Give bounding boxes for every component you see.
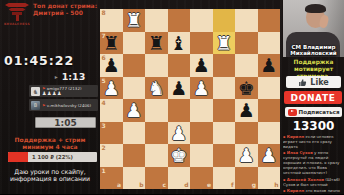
square-c7[interactable]: ♜: [145, 32, 168, 55]
logo-emblem-icon: [5, 3, 29, 21]
square-d5[interactable]: ♟: [168, 77, 191, 100]
top-donation-line2: Дмитрий - 500: [33, 9, 99, 16]
black-pawn: ♟: [193, 54, 210, 76]
white-pawn: ♟: [125, 99, 142, 121]
square-c5[interactable]: ♞: [145, 77, 168, 100]
square-c6[interactable]: [145, 54, 168, 77]
stream-screen: KOVALCHESS Топ донат стрима: Дмитрий - 5…: [0, 0, 344, 194]
square-g8[interactable]: [235, 9, 258, 32]
black-bishop: ♝: [170, 32, 187, 54]
white-king: ♚: [170, 144, 187, 166]
square-e7[interactable]: [190, 32, 213, 55]
square-a6[interactable]: 6♟: [100, 54, 123, 77]
rank-label: 8: [102, 10, 106, 16]
square-f7[interactable]: ♜: [213, 32, 236, 55]
logo-text: KOVALCHESS: [4, 22, 30, 26]
square-h6[interactable]: ♟: [258, 54, 281, 77]
square-f8[interactable]: [213, 9, 236, 32]
white-pawn: ♟: [193, 77, 210, 99]
square-b3[interactable]: [123, 122, 146, 145]
square-b5[interactable]: [123, 77, 146, 100]
square-h7[interactable]: [258, 32, 281, 55]
chat-message: ▪ Кирилл это вызов лично от Вовы передал: [283, 189, 344, 195]
square-h8[interactable]: [258, 9, 281, 32]
square-c8[interactable]: [145, 9, 168, 32]
chess-board[interactable]: 8♜7♜♜♝♜6♟♟♟5♟♞♟♟♚4♟♟3♟2♚♟♟1abcdefgh: [100, 9, 280, 189]
donation-progress-bar: 1 100 ₽ (22%): [8, 152, 97, 162]
player-top-name: ⚑ amigo777 (2132): [42, 87, 69, 90]
rank-label: 6: [102, 55, 106, 61]
square-e5[interactable]: ♟: [190, 77, 213, 100]
square-h5[interactable]: [258, 77, 281, 100]
channel-logo: KOVALCHESS: [3, 1, 31, 28]
square-a3[interactable]: 3: [100, 122, 123, 145]
black-pawn: ♟: [170, 77, 187, 99]
square-d4[interactable]: [168, 99, 191, 122]
subscriber-count: 13300: [283, 119, 344, 133]
player-bottom-name: ⚑ v-mikhailovsky (2406): [42, 104, 69, 107]
square-g7[interactable]: [235, 32, 258, 55]
chat-badge-icon: ▪: [283, 135, 285, 139]
thumbs-up-icon: [298, 78, 307, 87]
chat-username: Кирилл: [287, 189, 305, 194]
square-e8[interactable]: [190, 9, 213, 32]
square-h3[interactable]: [258, 122, 281, 145]
chat-badge-icon: ▪: [283, 178, 285, 182]
flag-icon: ⚑: [42, 86, 46, 91]
square-e4[interactable]: [190, 99, 213, 122]
youtube-play-icon: [288, 109, 297, 116]
rank-label: 1: [102, 168, 106, 174]
black-king: ♚: [238, 77, 255, 99]
square-c4[interactable]: [145, 99, 168, 122]
lessons-line2: информация в описании: [0, 175, 100, 182]
donation-progress-label: 1 100 ₽ (22%): [27, 154, 79, 160]
square-f5[interactable]: [213, 77, 236, 100]
square-a4[interactable]: 4: [100, 99, 123, 122]
square-d8[interactable]: [168, 9, 191, 32]
chat-badge-icon: ▪: [283, 151, 285, 155]
file-label: c: [162, 182, 166, 188]
stream-timer: 01:45:22: [4, 53, 74, 68]
square-a8[interactable]: 8: [100, 9, 123, 32]
top-donation-line1: Топ донат стрима:: [33, 2, 99, 9]
square-f3[interactable]: [213, 122, 236, 145]
streamer-name-line2: Михайловский: [283, 50, 344, 56]
square-d1[interactable]: d: [168, 167, 191, 190]
square-f1[interactable]: f: [213, 167, 236, 190]
square-a1[interactable]: 1a: [100, 167, 123, 190]
square-c3[interactable]: [145, 122, 168, 145]
rank-label: 2: [102, 145, 106, 151]
black-pawn: ♟: [260, 54, 277, 76]
rank-label: 5: [102, 78, 106, 84]
white-rook: ♜: [125, 9, 142, 31]
square-b7[interactable]: [123, 32, 146, 55]
square-a2[interactable]: 2: [100, 144, 123, 167]
file-label: f: [231, 182, 234, 188]
square-g2[interactable]: ♟: [235, 144, 258, 167]
chat-badge-icon: ▪: [283, 189, 285, 193]
subscribe-button[interactable]: Подписаться: [285, 107, 342, 117]
chat-messages: ▪ Кирилл если человек играет чисто его с…: [283, 134, 344, 194]
square-e1[interactable]: e: [190, 167, 213, 190]
square-c2[interactable]: [145, 144, 168, 167]
square-g4[interactable]: ♟: [235, 99, 258, 122]
support-goal-text: Поддержка + стрим минимум 4 часа: [0, 137, 100, 150]
streamer-hair: [305, 4, 326, 13]
chat-username: Алексей Хохлов: [287, 177, 324, 182]
subscribe-button-label: Подписаться: [299, 109, 340, 115]
file-label: a: [117, 182, 121, 188]
square-b1[interactable]: b: [123, 167, 146, 190]
file-label: e: [207, 182, 211, 188]
white-pawn: ♟: [170, 122, 187, 144]
white-rook: ♜: [215, 32, 232, 54]
file-label: g: [252, 182, 256, 188]
player-card-top[interactable]: ♞ ⚑ amigo777 (2132) ♟♟♟♟: [29, 85, 98, 97]
square-e2[interactable]: [190, 144, 213, 167]
chat-message: ▪ Кирилл если человек играет чисто его с…: [283, 134, 344, 149]
file-label: h: [274, 182, 278, 188]
black-pawn: ♟: [238, 99, 255, 121]
square-b4[interactable]: ♟: [123, 99, 146, 122]
square-d6[interactable]: [168, 54, 191, 77]
like-button-label: Like: [310, 78, 328, 87]
black-clock: ▸ 1:13: [44, 71, 96, 82]
file-label: d: [184, 182, 188, 188]
donate-button[interactable]: DONATE: [284, 91, 342, 104]
player-top-captured-pieces: ♟♟♟♟: [42, 91, 96, 96]
square-f6[interactable]: [213, 54, 236, 77]
rank-label: 3: [102, 123, 106, 129]
lessons-line1: Даю уроки по скайпу,: [0, 168, 100, 175]
white-knight: ♞: [148, 77, 165, 99]
player-card-bottom[interactable]: В ⚑ v-mikhailovsky (2406): [29, 99, 98, 111]
square-d2[interactable]: ♚: [168, 144, 191, 167]
square-g5[interactable]: ♚: [235, 77, 258, 100]
white-pawn: ♟: [238, 144, 255, 166]
clock-tick-icon: ▸: [55, 73, 58, 80]
streamer-name-overlay: СМ Владимир Михайловский: [283, 44, 344, 56]
square-d3[interactable]: ♟: [168, 122, 191, 145]
square-h1[interactable]: h: [258, 167, 281, 190]
support-line2: минимум 4 часа: [0, 144, 100, 151]
chat-message: ▪ Илья Сухов у меня суперчутьё на людей …: [283, 151, 344, 176]
player-top-avatar: ♞: [31, 87, 40, 96]
rank-label: 7: [102, 33, 106, 39]
player-bottom-avatar: В: [31, 101, 40, 110]
square-f4[interactable]: [213, 99, 236, 122]
chat-message: ▪ Алексей Хохлов (Штаб) Сухов и был чест…: [283, 177, 344, 187]
square-f2[interactable]: [213, 144, 236, 167]
lessons-info-text: Даю уроки по скайпу, информация в описан…: [0, 168, 100, 182]
square-d7[interactable]: ♝: [168, 32, 191, 55]
webcam-feed: СМ Владимир Михайловский: [283, 0, 344, 57]
chat-username: Илья Сухов: [287, 151, 313, 156]
square-b8[interactable]: ♜: [123, 9, 146, 32]
square-e3[interactable]: [190, 122, 213, 145]
flag-icon: ⚑: [42, 103, 46, 108]
square-h4[interactable]: [258, 99, 281, 122]
rank-label: 4: [102, 100, 106, 106]
square-g6[interactable]: [235, 54, 258, 77]
square-g3[interactable]: [235, 122, 258, 145]
square-a7[interactable]: 7♜: [100, 32, 123, 55]
square-c1[interactable]: c: [145, 167, 168, 190]
motivation-line1: Поддержка мотивирует: [283, 59, 344, 73]
file-label: b: [139, 182, 143, 188]
black-clock-time: 1:13: [62, 71, 86, 82]
white-clock: 1:05: [35, 117, 96, 128]
square-a5[interactable]: 5♟: [100, 77, 123, 100]
donation-progress-fill: [8, 152, 28, 162]
white-pawn: ♟: [260, 144, 277, 166]
square-g1[interactable]: g: [235, 167, 258, 190]
square-b6[interactable]: [123, 54, 146, 77]
square-e6[interactable]: ♟: [190, 54, 213, 77]
top-donation-banner: Топ донат стрима: Дмитрий - 500: [33, 2, 99, 16]
chat-panel[interactable]: ▪ Кирилл если человек играет чисто его с…: [283, 134, 344, 194]
chat-username: Кирилл: [287, 134, 305, 139]
black-rook: ♜: [148, 32, 165, 54]
square-b2[interactable]: [123, 144, 146, 167]
like-button[interactable]: Like: [286, 76, 341, 88]
square-h2[interactable]: ♟: [258, 144, 281, 167]
